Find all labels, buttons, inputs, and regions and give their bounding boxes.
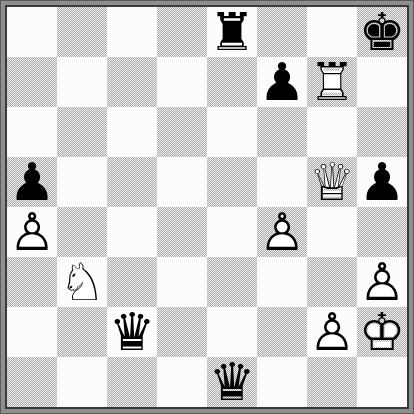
square-e5[interactable] <box>207 157 257 207</box>
square-d6[interactable] <box>157 107 207 157</box>
square-a3[interactable] <box>7 257 57 307</box>
square-d8[interactable] <box>157 7 207 57</box>
chess-board: ♜♚♟♜♖♟♛♕♟♟♙♟♙♞♘♟♙♛♟♙♚♔♛ <box>7 7 407 407</box>
square-g5[interactable]: ♛♕ <box>307 157 357 207</box>
square-c8[interactable] <box>107 7 157 57</box>
square-c7[interactable] <box>107 57 157 107</box>
white-pawn-piece: ♙ <box>307 307 357 357</box>
square-c3[interactable] <box>107 257 157 307</box>
board-border: ♜♚♟♜♖♟♛♕♟♟♙♟♙♞♘♟♙♛♟♙♚♔♛ <box>5 5 409 409</box>
square-d7[interactable] <box>157 57 207 107</box>
white-pawn-piece-fill: ♟ <box>357 257 407 307</box>
white-king-piece-fill: ♚ <box>357 307 407 357</box>
square-e2[interactable] <box>207 307 257 357</box>
square-e3[interactable] <box>207 257 257 307</box>
white-pawn-piece-fill: ♟ <box>307 307 357 357</box>
square-b8[interactable] <box>57 7 107 57</box>
black-king-piece: ♚ <box>357 7 407 57</box>
square-b6[interactable] <box>57 107 107 157</box>
square-a5[interactable]: ♟ <box>7 157 57 207</box>
chess-diagram-frame: ♜♚♟♜♖♟♛♕♟♟♙♟♙♞♘♟♙♛♟♙♚♔♛ <box>0 0 414 414</box>
black-pawn-piece: ♟ <box>357 157 407 207</box>
square-f6[interactable] <box>257 107 307 157</box>
square-g3[interactable] <box>307 257 357 307</box>
black-rook-piece: ♜ <box>207 7 257 57</box>
black-queen-piece: ♛ <box>107 307 157 357</box>
white-knight-piece: ♘ <box>57 257 107 307</box>
square-b1[interactable] <box>57 357 107 407</box>
square-b7[interactable] <box>57 57 107 107</box>
square-a4[interactable]: ♟♙ <box>7 207 57 257</box>
white-king-piece: ♔ <box>357 307 407 357</box>
square-a6[interactable] <box>7 107 57 157</box>
white-knight-piece-fill: ♞ <box>57 257 107 307</box>
square-f4[interactable]: ♟♙ <box>257 207 307 257</box>
square-d3[interactable] <box>157 257 207 307</box>
square-g1[interactable] <box>307 357 357 407</box>
square-h3[interactable]: ♟♙ <box>357 257 407 307</box>
square-f1[interactable] <box>257 357 307 407</box>
square-f2[interactable] <box>257 307 307 357</box>
square-h1[interactable] <box>357 357 407 407</box>
square-g7[interactable]: ♜♖ <box>307 57 357 107</box>
square-d1[interactable] <box>157 357 207 407</box>
white-pawn-piece: ♙ <box>357 257 407 307</box>
square-g8[interactable] <box>307 7 357 57</box>
square-f7[interactable]: ♟ <box>257 57 307 107</box>
white-pawn-piece-fill: ♟ <box>257 207 307 257</box>
square-e6[interactable] <box>207 107 257 157</box>
white-pawn-piece: ♙ <box>7 207 57 257</box>
square-b2[interactable] <box>57 307 107 357</box>
square-h8[interactable]: ♚ <box>357 7 407 57</box>
white-pawn-piece: ♙ <box>257 207 307 257</box>
square-g6[interactable] <box>307 107 357 157</box>
black-queen-piece: ♛ <box>207 357 257 407</box>
square-c4[interactable] <box>107 207 157 257</box>
square-g2[interactable]: ♟♙ <box>307 307 357 357</box>
square-c1[interactable] <box>107 357 157 407</box>
square-c2[interactable]: ♛ <box>107 307 157 357</box>
square-h6[interactable] <box>357 107 407 157</box>
square-c5[interactable] <box>107 157 157 207</box>
square-h5[interactable]: ♟ <box>357 157 407 207</box>
square-f5[interactable] <box>257 157 307 207</box>
square-d2[interactable] <box>157 307 207 357</box>
square-g4[interactable] <box>307 207 357 257</box>
white-rook-piece: ♖ <box>307 57 357 107</box>
square-e4[interactable] <box>207 207 257 257</box>
white-rook-piece-fill: ♜ <box>307 57 357 107</box>
square-a8[interactable] <box>7 7 57 57</box>
square-b5[interactable] <box>57 157 107 207</box>
square-a2[interactable] <box>7 307 57 357</box>
square-a1[interactable] <box>7 357 57 407</box>
square-c6[interactable] <box>107 107 157 157</box>
square-d5[interactable] <box>157 157 207 207</box>
square-f8[interactable] <box>257 7 307 57</box>
square-d4[interactable] <box>157 207 207 257</box>
white-queen-piece-fill: ♛ <box>307 157 357 207</box>
square-b3[interactable]: ♞♘ <box>57 257 107 307</box>
square-h7[interactable] <box>357 57 407 107</box>
square-e7[interactable] <box>207 57 257 107</box>
square-b4[interactable] <box>57 207 107 257</box>
square-h2[interactable]: ♚♔ <box>357 307 407 357</box>
square-f3[interactable] <box>257 257 307 307</box>
square-e8[interactable]: ♜ <box>207 7 257 57</box>
square-e1[interactable]: ♛ <box>207 357 257 407</box>
black-pawn-piece: ♟ <box>7 157 57 207</box>
white-queen-piece: ♕ <box>307 157 357 207</box>
white-pawn-piece-fill: ♟ <box>7 207 57 257</box>
square-h4[interactable] <box>357 207 407 257</box>
square-a7[interactable] <box>7 57 57 107</box>
black-pawn-piece: ♟ <box>257 57 307 107</box>
